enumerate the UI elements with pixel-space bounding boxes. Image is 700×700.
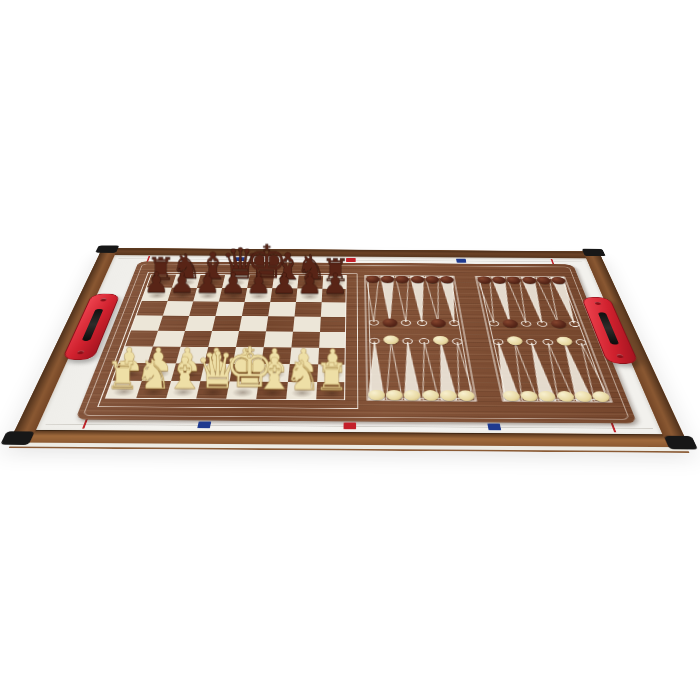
backgammon-checker-cream[interactable] [368,389,385,400]
backgammon-checker-dark[interactable] [380,275,394,282]
corner-cap-far-right [582,249,606,257]
score-marker-red-near[interactable] [343,422,356,429]
backgammon-checker-dark[interactable] [430,319,446,327]
handle-screw-icon [594,302,601,305]
backgammon-checker-dark[interactable] [410,276,425,283]
handle-screw-icon [77,351,85,355]
corner-cap-near-right [664,436,698,450]
backgammon-checker-cream[interactable] [439,390,457,401]
backgammon-checker-cream[interactable] [383,335,399,344]
score-marker-blue-near[interactable] [197,421,211,428]
backgammon-checker-dark[interactable] [440,276,455,283]
backgammon-checker-cream[interactable] [404,390,421,401]
backgammon-checker-dark[interactable] [395,276,409,283]
chess-piece-dark-pawn[interactable]: ♟ [319,270,349,299]
backgammon-checker-dark[interactable] [425,276,440,283]
backgammon-checker-cream[interactable] [422,390,440,401]
corner-cap-far-left [95,245,119,252]
handle-screw-icon [100,298,107,301]
score-marker-blue-far[interactable] [456,259,467,263]
backgammon-checker-dark[interactable] [366,275,380,282]
tabletop: ♜♞♝♛♚♝♞♜♟♟♟♟♟♟♟♟♟♟♟♟♟♟♟♟♜♞♝♛♚♝♞♜ [9,248,689,447]
backgammon-checker-cream[interactable] [386,390,403,401]
backgammon-checker-dark[interactable] [521,276,537,283]
handle-grip-slot-icon [598,312,620,344]
product-photo-scene: ♜♞♝♛♚♝♞♜♟♟♟♟♟♟♟♟♟♟♟♟♟♟♟♟♜♞♝♛♚♝♞♜ [0,0,700,700]
backgammon-checker-dark[interactable] [382,318,397,326]
handle-grip-slot-icon [82,309,104,341]
chess-piece-cream-rook[interactable]: ♜ [314,358,350,396]
score-marker-blue-near[interactable] [487,423,501,430]
backgammon-checker-cream[interactable] [433,336,449,345]
handle-screw-icon [616,354,624,358]
